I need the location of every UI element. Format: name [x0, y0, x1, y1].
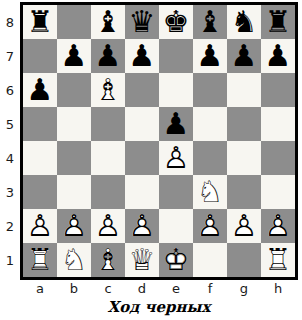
square-a2[interactable]: ♟♙: [23, 209, 57, 243]
file-label-c: c: [91, 280, 125, 297]
piece-black-pawn: ♟: [159, 107, 193, 141]
square-a6[interactable]: ♟: [23, 73, 57, 107]
square-d1[interactable]: ♛♕: [125, 243, 159, 277]
square-d7[interactable]: ♟: [125, 39, 159, 73]
piece-white-knight: ♞♘: [57, 243, 91, 277]
square-d5[interactable]: [125, 107, 159, 141]
rank-label-4: 4: [0, 141, 20, 175]
piece-outline-layer: ♗: [91, 73, 125, 107]
square-e8[interactable]: ♚: [159, 5, 193, 39]
file-label-b: b: [57, 280, 91, 297]
square-b3[interactable]: [57, 175, 91, 209]
square-c8[interactable]: ♝: [91, 5, 125, 39]
square-f1[interactable]: [193, 243, 227, 277]
square-b1[interactable]: ♞♘: [57, 243, 91, 277]
square-g4[interactable]: [227, 141, 261, 175]
piece-black-bishop: ♝: [193, 5, 227, 39]
square-a1[interactable]: ♜♖: [23, 243, 57, 277]
rank-label-8: 8: [0, 5, 20, 39]
piece-black-pawn: ♟: [91, 39, 125, 73]
chess-diagram-page: 87654321 ♜♝♛♚♝♞♜♟♟♟♟♟♟♟♝♗♟♟♙♞♘♟♙♟♙♟♙♟♙♟♙…: [0, 0, 302, 320]
piece-glyph: ♜: [23, 5, 57, 39]
chess-board: ♜♝♛♚♝♞♜♟♟♟♟♟♟♟♝♗♟♟♙♞♘♟♙♟♙♟♙♟♙♟♙♟♙♟♙♜♖♞♘♝…: [20, 2, 298, 280]
piece-white-rook: ♜♖: [23, 243, 57, 277]
piece-white-king: ♚♔: [159, 243, 193, 277]
piece-white-rook: ♜♖: [261, 243, 295, 277]
piece-white-pawn: ♟♙: [57, 209, 91, 243]
file-label-g: g: [227, 280, 261, 297]
square-h6[interactable]: [261, 73, 295, 107]
piece-white-bishop: ♝♗: [91, 73, 125, 107]
square-e6[interactable]: [159, 73, 193, 107]
square-f6[interactable]: [193, 73, 227, 107]
chess-diagram: 87654321 ♜♝♛♚♝♞♜♟♟♟♟♟♟♟♝♗♟♟♙♞♘♟♙♟♙♟♙♟♙♟♙…: [0, 0, 302, 280]
piece-outline-layer: ♔: [159, 243, 193, 277]
square-g2[interactable]: ♟♙: [227, 209, 261, 243]
square-d3[interactable]: [125, 175, 159, 209]
piece-white-pawn: ♟♙: [125, 209, 159, 243]
square-h4[interactable]: [261, 141, 295, 175]
file-label-e: e: [159, 280, 193, 297]
piece-outline-layer: ♖: [261, 243, 295, 277]
piece-outline-layer: ♙: [91, 209, 125, 243]
square-a3[interactable]: [23, 175, 57, 209]
rank-labels: 87654321: [0, 2, 20, 280]
piece-black-rook: ♜: [261, 5, 295, 39]
piece-outline-layer: ♙: [227, 209, 261, 243]
piece-white-pawn: ♟♙: [227, 209, 261, 243]
piece-outline-layer: ♙: [125, 209, 159, 243]
square-e2[interactable]: [159, 209, 193, 243]
rank-label-3: 3: [0, 175, 20, 209]
piece-outline-layer: ♖: [23, 243, 57, 277]
square-f8[interactable]: ♝: [193, 5, 227, 39]
piece-black-pawn: ♟: [23, 73, 57, 107]
rank-label-1: 1: [0, 243, 20, 277]
square-a4[interactable]: [23, 141, 57, 175]
piece-black-pawn: ♟: [125, 39, 159, 73]
rank-label-2: 2: [0, 209, 20, 243]
square-c6[interactable]: ♝♗: [91, 73, 125, 107]
rank-label-7: 7: [0, 39, 20, 73]
square-g5[interactable]: [227, 107, 261, 141]
square-c5[interactable]: [91, 107, 125, 141]
square-f5[interactable]: [193, 107, 227, 141]
square-d8[interactable]: ♛: [125, 5, 159, 39]
file-label-a: a: [23, 280, 57, 297]
piece-black-pawn: ♟: [227, 39, 261, 73]
piece-black-king: ♚: [159, 5, 193, 39]
square-f3[interactable]: ♞♘: [193, 175, 227, 209]
piece-black-bishop: ♝: [91, 5, 125, 39]
piece-outline-layer: ♙: [23, 209, 57, 243]
piece-glyph: ♟: [23, 73, 57, 107]
piece-outline-layer: ♙: [57, 209, 91, 243]
square-h3[interactable]: [261, 175, 295, 209]
piece-glyph: ♛: [125, 5, 159, 39]
piece-glyph: ♝: [91, 5, 125, 39]
square-e7[interactable]: [159, 39, 193, 73]
file-label-f: f: [193, 280, 227, 297]
square-h5[interactable]: [261, 107, 295, 141]
piece-outline-layer: ♕: [125, 243, 159, 277]
piece-glyph: ♞: [227, 5, 261, 39]
square-g7[interactable]: ♟: [227, 39, 261, 73]
square-b8[interactable]: [57, 5, 91, 39]
square-h8[interactable]: ♜: [261, 5, 295, 39]
piece-outline-layer: ♘: [193, 175, 227, 209]
square-d2[interactable]: ♟♙: [125, 209, 159, 243]
square-h2[interactable]: ♟♙: [261, 209, 295, 243]
piece-glyph: ♟: [159, 107, 193, 141]
square-e3[interactable]: [159, 175, 193, 209]
square-e1[interactable]: ♚♔: [159, 243, 193, 277]
file-label-d: d: [125, 280, 159, 297]
piece-black-pawn: ♟: [193, 39, 227, 73]
square-a7[interactable]: [23, 39, 57, 73]
square-e4[interactable]: ♟♙: [159, 141, 193, 175]
piece-outline-layer: ♗: [91, 243, 125, 277]
piece-glyph: ♟: [227, 39, 261, 73]
move-indicator-caption: Ход черных: [20, 297, 298, 317]
piece-glyph: ♟: [91, 39, 125, 73]
piece-white-bishop: ♝♗: [91, 243, 125, 277]
piece-black-rook: ♜: [23, 5, 57, 39]
square-c7[interactable]: ♟: [91, 39, 125, 73]
piece-white-pawn: ♟♙: [23, 209, 57, 243]
piece-black-queen: ♛: [125, 5, 159, 39]
piece-glyph: ♚: [159, 5, 193, 39]
piece-white-pawn: ♟♙: [261, 209, 295, 243]
square-b2[interactable]: ♟♙: [57, 209, 91, 243]
square-a5[interactable]: [23, 107, 57, 141]
square-h7[interactable]: ♟: [261, 39, 295, 73]
piece-white-pawn: ♟♙: [193, 209, 227, 243]
piece-outline-layer: ♘: [57, 243, 91, 277]
piece-white-knight: ♞♘: [193, 175, 227, 209]
piece-black-pawn: ♟: [261, 39, 295, 73]
square-d4[interactable]: [125, 141, 159, 175]
square-b5[interactable]: [57, 107, 91, 141]
rank-label-6: 6: [0, 73, 20, 107]
square-d6[interactable]: [125, 73, 159, 107]
square-a8[interactable]: ♜: [23, 5, 57, 39]
piece-outline-layer: ♙: [261, 209, 295, 243]
piece-glyph: ♝: [193, 5, 227, 39]
square-g6[interactable]: [227, 73, 261, 107]
square-b7[interactable]: ♟: [57, 39, 91, 73]
square-f4[interactable]: [193, 141, 227, 175]
rank-label-5: 5: [0, 107, 20, 141]
square-c2[interactable]: ♟♙: [91, 209, 125, 243]
piece-black-knight: ♞: [227, 5, 261, 39]
square-c3[interactable]: [91, 175, 125, 209]
file-labels: abcdefgh: [23, 280, 302, 297]
square-c4[interactable]: [91, 141, 125, 175]
piece-glyph: ♜: [261, 5, 295, 39]
square-e5[interactable]: ♟: [159, 107, 193, 141]
piece-white-pawn: ♟♙: [159, 141, 193, 175]
square-g8[interactable]: ♞: [227, 5, 261, 39]
piece-glyph: ♟: [193, 39, 227, 73]
square-f2[interactable]: ♟♙: [193, 209, 227, 243]
square-h1[interactable]: ♜♖: [261, 243, 295, 277]
piece-black-pawn: ♟: [57, 39, 91, 73]
square-g3[interactable]: [227, 175, 261, 209]
square-f7[interactable]: ♟: [193, 39, 227, 73]
square-g1[interactable]: [227, 243, 261, 277]
file-label-h: h: [261, 280, 295, 297]
piece-white-queen: ♛♕: [125, 243, 159, 277]
piece-outline-layer: ♙: [159, 141, 193, 175]
piece-outline-layer: ♙: [193, 209, 227, 243]
square-c1[interactable]: ♝♗: [91, 243, 125, 277]
piece-glyph: ♟: [57, 39, 91, 73]
piece-glyph: ♟: [261, 39, 295, 73]
square-b4[interactable]: [57, 141, 91, 175]
piece-white-pawn: ♟♙: [91, 209, 125, 243]
piece-glyph: ♟: [125, 39, 159, 73]
square-b6[interactable]: [57, 73, 91, 107]
